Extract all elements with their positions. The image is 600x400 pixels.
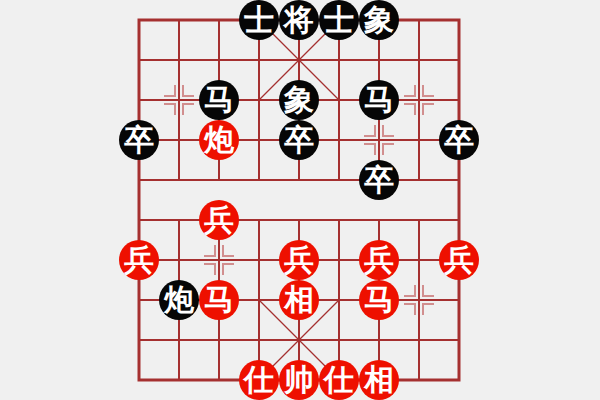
red-soldier[interactable]: 兵 (119, 240, 159, 280)
black-soldier[interactable]: 卒 (119, 120, 159, 160)
red-soldier[interactable]: 兵 (279, 240, 319, 280)
red-general[interactable]: 帅 (279, 360, 319, 400)
red-advisor[interactable]: 仕 (239, 360, 279, 400)
black-elephant[interactable]: 象 (359, 0, 399, 40)
red-horse[interactable]: 马 (359, 280, 399, 320)
black-soldier[interactable]: 卒 (439, 120, 479, 160)
red-advisor[interactable]: 仕 (319, 360, 359, 400)
red-soldier[interactable]: 兵 (359, 240, 399, 280)
black-advisor[interactable]: 士 (319, 0, 359, 40)
red-elephant[interactable]: 相 (279, 280, 319, 320)
red-soldier[interactable]: 兵 (439, 240, 479, 280)
black-general[interactable]: 将 (279, 0, 319, 40)
black-soldier[interactable]: 卒 (279, 120, 319, 160)
red-elephant[interactable]: 相 (359, 360, 399, 400)
red-cannon[interactable]: 炮 (199, 120, 239, 160)
black-advisor[interactable]: 士 (239, 0, 279, 40)
black-cannon[interactable]: 炮 (159, 280, 199, 320)
xiangqi-board: 士将士象马象马卒卒卒卒炮炮兵兵兵兵兵马相马仕帅仕相 (0, 0, 600, 400)
black-horse[interactable]: 马 (199, 80, 239, 120)
red-horse[interactable]: 马 (199, 280, 239, 320)
pieces-layer: 士将士象马象马卒卒卒卒炮炮兵兵兵兵兵马相马仕帅仕相 (119, 0, 479, 400)
black-elephant[interactable]: 象 (279, 80, 319, 120)
black-horse[interactable]: 马 (359, 80, 399, 120)
red-soldier[interactable]: 兵 (199, 200, 239, 240)
black-soldier[interactable]: 卒 (359, 160, 399, 200)
